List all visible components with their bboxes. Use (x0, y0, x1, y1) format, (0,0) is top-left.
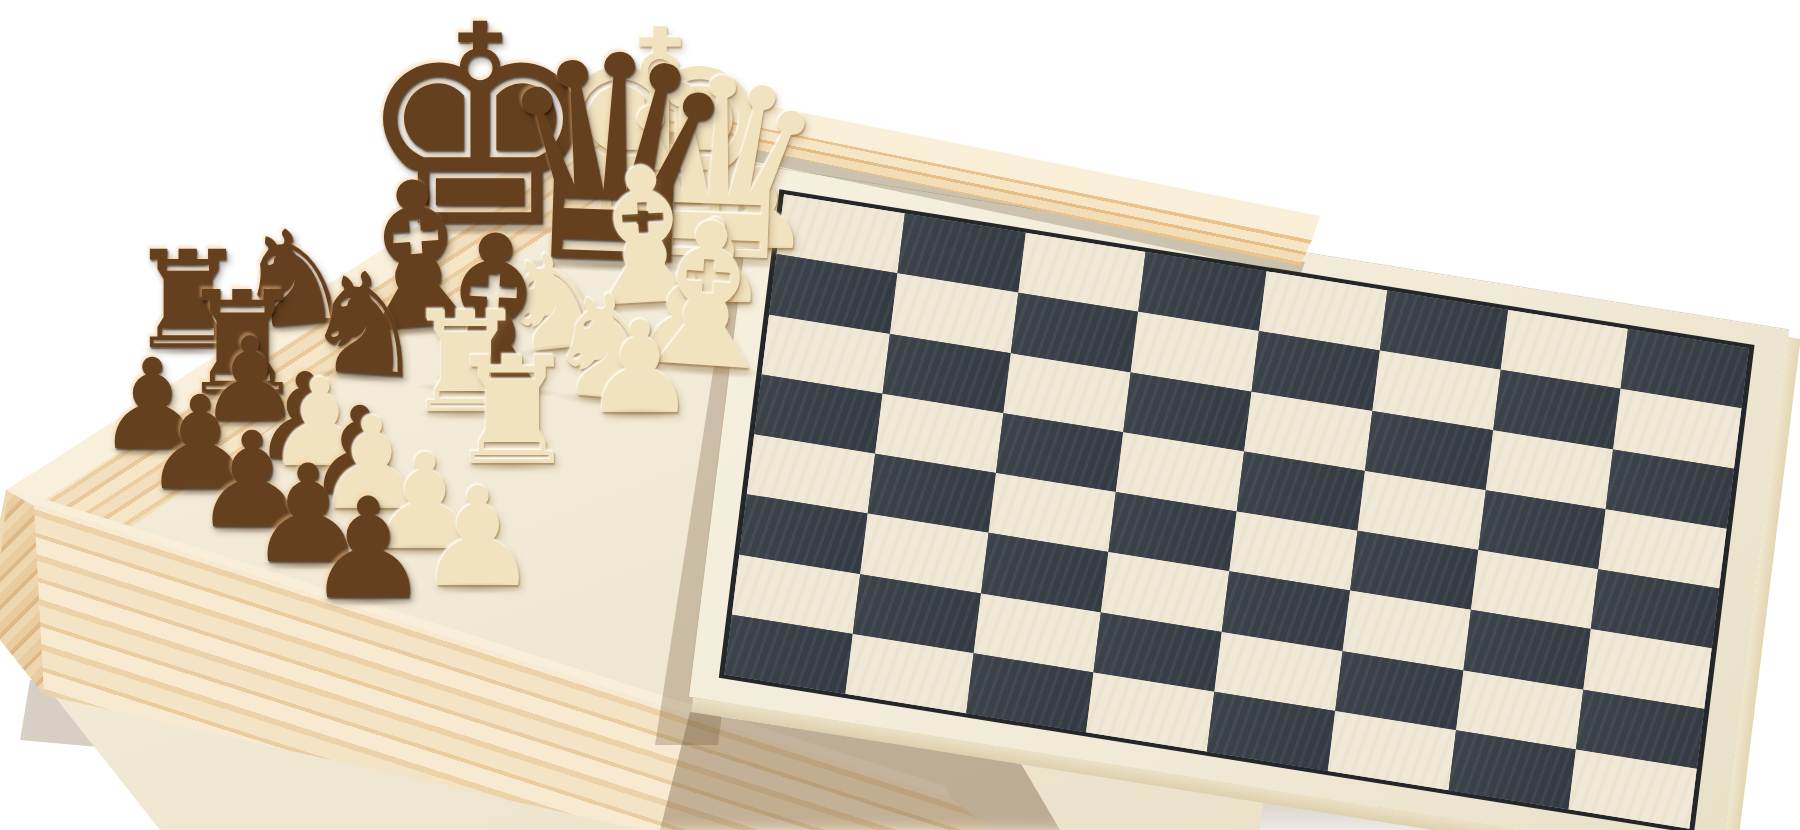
chess-piece-light-pawn[interactable]: ♟ (417, 486, 540, 590)
pieces-layer: ♚♛♝♝♞♞♜♜♟♟♟♟♟♟♟♟♚♛♝♝♞♞♜♜♟♟♟♟♟♟♟♟ (0, 0, 1800, 830)
chess-piece-dark-pawn[interactable]: ♟ (306, 497, 431, 602)
chess-piece-light-pawn[interactable]: ♟ (583, 320, 697, 416)
